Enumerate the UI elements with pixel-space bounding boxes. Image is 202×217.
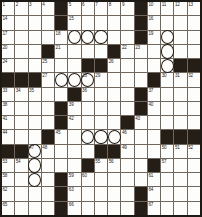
black-cell-r10c14: [174, 130, 186, 143]
cell-r14c8[interactable]: [95, 187, 107, 200]
cell-r6c10[interactable]: [121, 73, 133, 86]
cell-r6c11[interactable]: [135, 73, 147, 86]
clue-number-45: 45: [56, 130, 61, 135]
cell-r1c7[interactable]: 6: [82, 2, 94, 15]
clue-number-32: 32: [188, 73, 193, 78]
cell-r4c10[interactable]: 22: [121, 45, 133, 58]
cell-r10c5[interactable]: 45: [55, 130, 67, 143]
cell-r1c4[interactable]: 4: [42, 2, 54, 15]
clue-number-34: 34: [16, 88, 21, 93]
cell-r13c10[interactable]: [121, 173, 133, 186]
cell-r12c13[interactable]: 57: [161, 159, 173, 172]
clue-number-66: 66: [69, 202, 74, 207]
clue-number-35: 35: [29, 88, 34, 93]
cell-r2c9[interactable]: [108, 16, 120, 29]
cell-r13c3[interactable]: [29, 173, 41, 186]
cell-r13c13[interactable]: [161, 173, 173, 186]
clue-number-33: 33: [3, 88, 8, 93]
cell-r4c2[interactable]: [15, 45, 27, 58]
black-cell-r8c5: [55, 102, 67, 115]
circle-marker: [68, 73, 81, 87]
black-cell-r13c5: [55, 173, 67, 186]
cell-r12c11[interactable]: [135, 159, 147, 172]
cell-r12c5[interactable]: [55, 159, 67, 172]
cell-r15c15[interactable]: [188, 202, 200, 215]
cell-r8c9[interactable]: [108, 102, 120, 115]
black-cell-r7c11: [135, 88, 147, 101]
cell-r3c1[interactable]: 17: [2, 31, 14, 44]
cell-r1c12[interactable]: 10: [148, 2, 160, 15]
clue-number-51: 51: [175, 145, 180, 150]
cell-r1c6[interactable]: 5: [68, 2, 80, 15]
black-cell-r11c1: [2, 145, 14, 158]
circle-marker: [28, 144, 41, 158]
cell-r6c9[interactable]: [108, 73, 120, 86]
black-cell-r5c14: [174, 59, 186, 72]
cell-r11c6[interactable]: [68, 145, 80, 158]
circle-marker: [161, 59, 174, 73]
cell-r2c7[interactable]: [82, 16, 94, 29]
cell-r8c6[interactable]: 39: [68, 102, 80, 115]
clue-number-2: 2: [16, 2, 18, 7]
black-cell-r2c11: [135, 16, 147, 29]
cell-r15c12[interactable]: 67: [148, 202, 160, 215]
cell-r13c9[interactable]: [108, 173, 120, 186]
black-cell-r10c4: [42, 130, 54, 143]
cell-r9c3[interactable]: [29, 116, 41, 129]
clue-number-14: 14: [3, 16, 8, 21]
cell-r14c4[interactable]: [42, 187, 54, 200]
cell-r1c2[interactable]: 2: [15, 2, 27, 15]
cell-r9c9[interactable]: [108, 116, 120, 129]
cell-r5c6[interactable]: [68, 59, 80, 72]
clue-number-23: 23: [135, 45, 140, 50]
black-cell-r4c4: [42, 45, 54, 58]
clue-number-65: 65: [3, 202, 8, 207]
clue-number-50: 50: [162, 145, 167, 150]
cell-r11c4[interactable]: 48: [42, 145, 54, 158]
cell-r11c10[interactable]: 49: [121, 145, 133, 158]
clue-number-7: 7: [95, 2, 97, 7]
cell-r15c3[interactable]: [29, 202, 41, 215]
cell-r14c15[interactable]: [188, 187, 200, 200]
cell-r10c8[interactable]: [95, 130, 107, 143]
clue-number-48: 48: [42, 145, 47, 150]
cell-r4c13[interactable]: [161, 45, 173, 58]
clue-number-16: 16: [148, 16, 153, 21]
cell-r2c10[interactable]: [121, 16, 133, 29]
circle-marker: [108, 130, 121, 144]
cell-r5c4[interactable]: 25: [42, 59, 54, 72]
cell-r15c6[interactable]: 66: [68, 202, 80, 215]
clue-number-1: 1: [3, 2, 5, 7]
cell-r11c14[interactable]: 51: [174, 145, 186, 158]
clue-number-8: 8: [109, 2, 111, 7]
cell-r13c11[interactable]: [135, 173, 147, 186]
cell-r7c15[interactable]: [188, 88, 200, 101]
cell-r11c11[interactable]: [135, 145, 147, 158]
clue-number-40: 40: [148, 102, 153, 107]
cell-r15c2[interactable]: [15, 202, 27, 215]
clue-number-57: 57: [162, 159, 167, 164]
cell-r7c14[interactable]: [174, 88, 186, 101]
cell-r3c6[interactable]: [68, 31, 80, 44]
cell-r5c2[interactable]: [15, 59, 27, 72]
cell-r9c7[interactable]: [82, 116, 94, 129]
cell-r4c11[interactable]: 23: [135, 45, 147, 58]
cell-r4c6[interactable]: [68, 45, 80, 58]
cell-r3c15[interactable]: [188, 31, 200, 44]
clue-number-31: 31: [175, 73, 180, 78]
cell-r11c5[interactable]: [55, 145, 67, 158]
cell-r1c3[interactable]: 3: [29, 2, 41, 15]
black-cell-r15c5: [55, 202, 67, 215]
cell-r4c1[interactable]: 20: [2, 45, 14, 58]
cell-r13c14[interactable]: [174, 173, 186, 186]
black-cell-r12c7: [82, 159, 94, 172]
clue-number-11: 11: [162, 2, 166, 7]
cell-r7c10[interactable]: [121, 88, 133, 101]
cell-r6c15[interactable]: 32: [188, 73, 200, 86]
cell-r12c10[interactable]: [121, 159, 133, 172]
cell-r7c5[interactable]: [55, 88, 67, 101]
cell-r12c14[interactable]: [174, 159, 186, 172]
cell-r13c2[interactable]: [15, 173, 27, 186]
cell-r2c8[interactable]: [95, 16, 107, 29]
clue-number-22: 22: [122, 45, 127, 50]
cell-r8c15[interactable]: [188, 102, 200, 115]
cell-r13c4[interactable]: [42, 173, 54, 186]
cell-r11c15[interactable]: 52: [188, 145, 200, 158]
cell-r8c14[interactable]: [174, 102, 186, 115]
cell-r5c1[interactable]: 24: [2, 59, 14, 72]
cell-r8c4[interactable]: [42, 102, 54, 115]
clue-number-63: 63: [69, 187, 74, 192]
clue-number-25: 25: [42, 59, 47, 64]
clue-number-43: 43: [135, 116, 140, 121]
black-cell-r3c11: [135, 31, 147, 44]
cell-r7c1[interactable]: 33: [2, 88, 14, 101]
clue-number-52: 52: [188, 145, 193, 150]
black-cell-r1c11: [135, 2, 147, 15]
cell-r5c3[interactable]: [29, 59, 41, 72]
cell-r15c4[interactable]: [42, 202, 54, 215]
black-cell-r15c11: [135, 202, 147, 215]
black-cell-r4c9: [108, 45, 120, 58]
cell-r2c4[interactable]: [42, 16, 54, 29]
cell-r3c2[interactable]: [15, 31, 27, 44]
cell-r13c12[interactable]: 61: [148, 173, 160, 186]
cell-r12c15[interactable]: [188, 159, 200, 172]
black-cell-r10c15: [188, 130, 200, 143]
cell-r5c11[interactable]: [135, 59, 147, 72]
circle-marker: [68, 30, 81, 44]
clue-number-20: 20: [3, 45, 8, 50]
clue-number-42: 42: [69, 116, 74, 121]
clue-number-12: 12: [175, 2, 180, 7]
cell-r14c9[interactable]: [108, 187, 120, 200]
cell-r3c8[interactable]: [95, 31, 107, 44]
cell-r3c14[interactable]: [174, 31, 186, 44]
black-cell-r11c2: [15, 145, 27, 158]
cell-r13c8[interactable]: [95, 173, 107, 186]
cell-r15c1[interactable]: 65: [2, 202, 14, 215]
cell-r11c12[interactable]: [148, 145, 160, 158]
cell-r5c12[interactable]: [148, 59, 160, 72]
clue-number-17: 17: [3, 31, 8, 36]
cell-r9c8[interactable]: [95, 116, 107, 129]
black-cell-r7c6: [68, 88, 80, 101]
cell-r10c12[interactable]: [148, 130, 160, 143]
circle-marker: [81, 73, 94, 87]
cell-r12c9[interactable]: 56: [108, 159, 120, 172]
cell-r2c12[interactable]: 16: [148, 16, 160, 29]
cell-r7c9[interactable]: [108, 88, 120, 101]
cell-r5c13[interactable]: [161, 59, 173, 72]
cell-r9c13[interactable]: [161, 116, 173, 129]
cell-r6c8[interactable]: 29: [95, 73, 107, 86]
cell-r2c2[interactable]: [15, 16, 27, 29]
cell-r8c1[interactable]: 38: [2, 102, 14, 115]
cell-r7c8[interactable]: [95, 88, 107, 101]
cell-r10c10[interactable]: 46: [121, 130, 133, 143]
cell-r4c15[interactable]: [188, 45, 200, 58]
cell-r7c4[interactable]: [42, 88, 54, 101]
cell-r14c2[interactable]: [15, 187, 27, 200]
crossword-grid: 1234567891011121314151617181920212223242…: [0, 0, 202, 217]
clue-number-18: 18: [56, 31, 61, 36]
circle-marker: [28, 158, 41, 172]
cell-r15c9[interactable]: [108, 202, 120, 215]
cell-r8c10[interactable]: [121, 102, 133, 115]
cell-r2c14[interactable]: [174, 16, 186, 29]
cell-r3c10[interactable]: [121, 31, 133, 44]
cell-r13c7[interactable]: 60: [82, 173, 94, 186]
cell-r6c6[interactable]: [68, 73, 80, 86]
clue-number-46: 46: [122, 130, 127, 135]
cell-r14c7[interactable]: [82, 187, 94, 200]
cell-r10c3[interactable]: [29, 130, 41, 143]
cell-r6c5[interactable]: [55, 73, 67, 86]
cell-r5c9[interactable]: 26: [108, 59, 120, 72]
clue-number-62: 62: [3, 187, 8, 192]
clue-number-60: 60: [82, 173, 87, 178]
cell-r5c5[interactable]: [55, 59, 67, 72]
cell-r10c1[interactable]: 44: [2, 130, 14, 143]
clue-number-19: 19: [148, 31, 153, 36]
circle-marker: [81, 30, 94, 44]
circle-marker: [28, 173, 41, 187]
cell-r15c8[interactable]: [95, 202, 107, 215]
black-cell-r5c15: [188, 59, 200, 72]
cell-r15c10[interactable]: [121, 202, 133, 215]
clue-number-49: 49: [122, 145, 127, 150]
cell-r12c6[interactable]: [68, 159, 80, 172]
clue-number-56: 56: [109, 159, 114, 164]
clue-number-15: 15: [69, 16, 74, 21]
cell-r12c8[interactable]: 55: [95, 159, 107, 172]
cell-r9c11[interactable]: 43: [135, 116, 147, 129]
cell-r1c9[interactable]: 8: [108, 2, 120, 15]
clue-number-64: 64: [148, 187, 153, 192]
clue-number-26: 26: [109, 59, 114, 64]
black-cell-r9c10: [121, 116, 133, 129]
black-cell-r14c11: [135, 187, 147, 200]
cell-r14c13[interactable]: [161, 187, 173, 200]
black-cell-r14c5: [55, 187, 67, 200]
cell-r9c6[interactable]: 42: [68, 116, 80, 129]
cell-r2c6[interactable]: 15: [68, 16, 80, 29]
circle-marker: [94, 30, 107, 44]
cell-r4c3[interactable]: [29, 45, 41, 58]
black-cell-r6c2: [15, 73, 27, 86]
clue-number-6: 6: [82, 2, 84, 7]
clue-number-59: 59: [69, 173, 74, 178]
cell-r6c14[interactable]: 31: [174, 73, 186, 86]
clue-number-5: 5: [69, 2, 71, 7]
cell-r3c5[interactable]: 18: [55, 31, 67, 44]
cell-r7c2[interactable]: 34: [15, 88, 27, 101]
cell-r4c7[interactable]: [82, 45, 94, 58]
black-cell-r6c12: [148, 73, 160, 86]
cell-r6c4[interactable]: 27: [42, 73, 54, 86]
cell-r13c6[interactable]: 59: [68, 173, 80, 186]
cell-r3c12[interactable]: 19: [148, 31, 160, 44]
clue-number-55: 55: [95, 159, 100, 164]
clue-number-37: 37: [148, 88, 153, 93]
cell-r1c14[interactable]: 12: [174, 2, 186, 15]
cell-r15c13[interactable]: [161, 202, 173, 215]
cell-r13c1[interactable]: 58: [2, 173, 14, 186]
cell-r14c1[interactable]: 62: [2, 187, 14, 200]
cell-r10c7[interactable]: [82, 130, 94, 143]
clue-number-38: 38: [3, 102, 8, 107]
cell-r8c3[interactable]: [29, 102, 41, 115]
black-cell-r6c3: [29, 73, 41, 86]
cell-r5c10[interactable]: [121, 59, 133, 72]
clue-number-3: 3: [29, 2, 31, 7]
cell-r4c12[interactable]: [148, 45, 160, 58]
cell-r7c7[interactable]: 36: [82, 88, 94, 101]
cell-r14c6[interactable]: 63: [68, 187, 80, 200]
clue-number-4: 4: [42, 2, 44, 7]
cell-r9c1[interactable]: 41: [2, 116, 14, 129]
cell-r8c2[interactable]: [15, 102, 27, 115]
cell-r4c14[interactable]: [174, 45, 186, 58]
clue-number-41: 41: [3, 116, 8, 121]
cell-r10c2[interactable]: [15, 130, 27, 143]
black-cell-r11c9: [108, 145, 120, 158]
clue-number-67: 67: [148, 202, 153, 207]
cell-r6c13[interactable]: 30: [161, 73, 173, 86]
clue-number-53: 53: [3, 159, 8, 164]
cell-r1c13[interactable]: 11: [161, 2, 173, 15]
cell-r14c3[interactable]: [29, 187, 41, 200]
cell-r2c15[interactable]: [188, 16, 200, 29]
clue-number-61: 61: [148, 173, 153, 178]
cell-r15c7[interactable]: [82, 202, 94, 215]
cell-r9c2[interactable]: [15, 116, 27, 129]
clue-number-58: 58: [3, 173, 8, 178]
cell-r14c12[interactable]: 64: [148, 187, 160, 200]
cell-r3c9[interactable]: [108, 31, 120, 44]
cell-r3c13[interactable]: [161, 31, 173, 44]
clue-number-9: 9: [122, 2, 124, 7]
circle-marker: [161, 30, 174, 44]
cell-r11c13[interactable]: 50: [161, 145, 173, 158]
cell-r4c8[interactable]: [95, 45, 107, 58]
cell-r8c12[interactable]: 40: [148, 102, 160, 115]
cell-r1c10[interactable]: 9: [121, 2, 133, 15]
clue-number-21: 21: [56, 45, 61, 50]
cell-r8c8[interactable]: [95, 102, 107, 115]
clue-number-54: 54: [16, 159, 21, 164]
clue-number-39: 39: [69, 102, 74, 107]
cell-r12c3[interactable]: [29, 159, 41, 172]
cell-r10c6[interactable]: [68, 130, 80, 143]
cell-r14c10[interactable]: [121, 187, 133, 200]
cell-r11c7[interactable]: [82, 145, 94, 158]
clue-number-27: 27: [42, 73, 47, 78]
circle-marker: [161, 44, 174, 58]
cell-r13c15[interactable]: [188, 173, 200, 186]
cell-r2c1[interactable]: 14: [2, 16, 14, 29]
black-cell-r5c8: [95, 59, 107, 72]
cell-r8c13[interactable]: [161, 102, 173, 115]
cell-r1c1[interactable]: 1: [2, 2, 14, 15]
cell-r3c3[interactable]: [29, 31, 41, 44]
cell-r3c7[interactable]: [82, 31, 94, 44]
black-cell-r9c5: [55, 116, 67, 129]
black-cell-r6c1: [2, 73, 14, 86]
cell-r3c4[interactable]: [42, 31, 54, 44]
clue-number-24: 24: [3, 59, 8, 64]
clue-number-10: 10: [148, 2, 153, 7]
black-cell-r1c5: [55, 2, 67, 15]
black-cell-r5c7: [82, 59, 94, 72]
cell-r9c12[interactable]: [148, 116, 160, 129]
cell-r2c3[interactable]: [29, 16, 41, 29]
cell-r12c2[interactable]: 54: [15, 159, 27, 172]
clue-number-29: 29: [95, 73, 100, 78]
clue-number-30: 30: [162, 73, 167, 78]
clue-number-13: 13: [188, 2, 193, 7]
cell-r1c8[interactable]: 7: [95, 2, 107, 15]
cell-r9c15[interactable]: [188, 116, 200, 129]
cell-r9c14[interactable]: [174, 116, 186, 129]
black-cell-r11c8: [95, 145, 107, 158]
cell-r4c5[interactable]: 21: [55, 45, 67, 58]
clue-number-44: 44: [3, 130, 8, 135]
cell-r7c12[interactable]: 37: [148, 88, 160, 101]
cell-r1c15[interactable]: 13: [188, 2, 200, 15]
black-cell-r12c12: [148, 159, 160, 172]
cell-r11c3[interactable]: 47: [29, 145, 41, 158]
cell-r9c4[interactable]: [42, 116, 54, 129]
cell-r6c7[interactable]: 28: [82, 73, 94, 86]
cell-r2c13[interactable]: [161, 16, 173, 29]
cell-r7c3[interactable]: 35: [29, 88, 41, 101]
cell-r12c4[interactable]: [42, 159, 54, 172]
cell-r10c11[interactable]: [135, 130, 147, 143]
cell-r12c1[interactable]: 53: [2, 159, 14, 172]
cell-r7c13[interactable]: [161, 88, 173, 101]
cell-r10c9[interactable]: [108, 130, 120, 143]
cell-r14c14[interactable]: [174, 187, 186, 200]
black-cell-r8c11: [135, 102, 147, 115]
cell-r15c14[interactable]: [174, 202, 186, 215]
cell-r8c7[interactable]: [82, 102, 94, 115]
